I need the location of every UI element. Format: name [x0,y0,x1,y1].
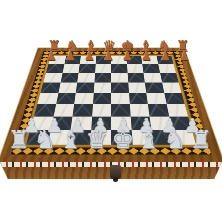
square-c6 [77,73,95,83]
cell-h7: ♟ [175,50,194,62]
piece-black-pawn: ♟ [141,50,152,62]
square-e5 [111,82,129,92]
square-d6 [94,73,111,83]
square-e6 [111,73,128,83]
piece-white-knight: ♞ [164,127,186,152]
square-e4 [111,93,129,104]
piece-white-king: ♚ [112,127,134,152]
square-g4 [146,93,166,104]
piece-white-rook: ♜ [8,127,30,152]
cell-c1: ♝ [58,127,84,152]
piece-row-rank-7: ♟♟♟♟♟♟♟♟ [42,50,194,62]
cell-d7: ♟ [99,50,118,62]
cell-e7: ♟ [118,50,137,62]
square-f7 [127,64,144,73]
piece-black-pawn: ♟ [103,50,114,62]
cell-a1: ♜ [6,127,32,152]
clasp-latch-icon [110,165,121,179]
square-c5 [76,82,94,92]
cell-e1: ♚ [110,127,136,152]
piece-black-pawn: ♟ [179,50,190,62]
square-h6 [160,73,179,83]
square-f6 [127,73,145,83]
square-b5 [58,82,77,92]
piece-black-pawn: ♟ [65,50,76,62]
square-d4 [93,93,111,104]
piece-white-bishop: ♝ [60,127,82,152]
square-g6 [143,73,161,83]
piece-black-pawn: ♟ [160,50,171,62]
chess-set-photo: ♜♞♝♛♚♝♞♜♟♟♟♟♟♟♟♟♟♟♟♟♟♟♟♟♜♞♝♛♚♝♞♜ [0,0,222,222]
square-e7 [111,64,127,73]
cell-c7: ♟ [80,50,99,62]
square-g5 [145,82,164,92]
cell-g7: ♟ [156,50,175,62]
piece-white-queen: ♛ [86,127,108,152]
cell-d1: ♛ [84,127,110,152]
piece-row-rank-1: ♜♞♝♛♚♝♞♜ [6,127,214,152]
piece-black-pawn: ♟ [46,50,57,62]
square-f5 [128,82,146,92]
cell-g1: ♞ [162,127,188,152]
piece-black-pawn: ♟ [122,50,133,62]
piece-white-bishop: ♝ [138,127,160,152]
piece-white-knight: ♞ [34,127,56,152]
cell-f7: ♟ [137,50,156,62]
square-b4 [56,93,76,104]
piece-black-pawn: ♟ [84,50,95,62]
square-d5 [93,82,111,92]
square-h7 [158,64,176,73]
square-f4 [129,93,148,104]
cell-a7: ♟ [42,50,61,62]
square-c7 [79,64,96,73]
piece-white-rook: ♜ [190,127,212,152]
square-h5 [162,82,182,92]
square-c4 [74,93,93,104]
cell-b1: ♞ [32,127,58,152]
cell-f1: ♝ [136,127,162,152]
square-d7 [95,64,111,73]
cell-b7: ♟ [61,50,80,62]
square-b6 [60,73,78,83]
square-b7 [62,64,79,73]
cell-h1: ♜ [188,127,214,152]
square-h4 [164,93,185,104]
square-g7 [142,64,159,73]
